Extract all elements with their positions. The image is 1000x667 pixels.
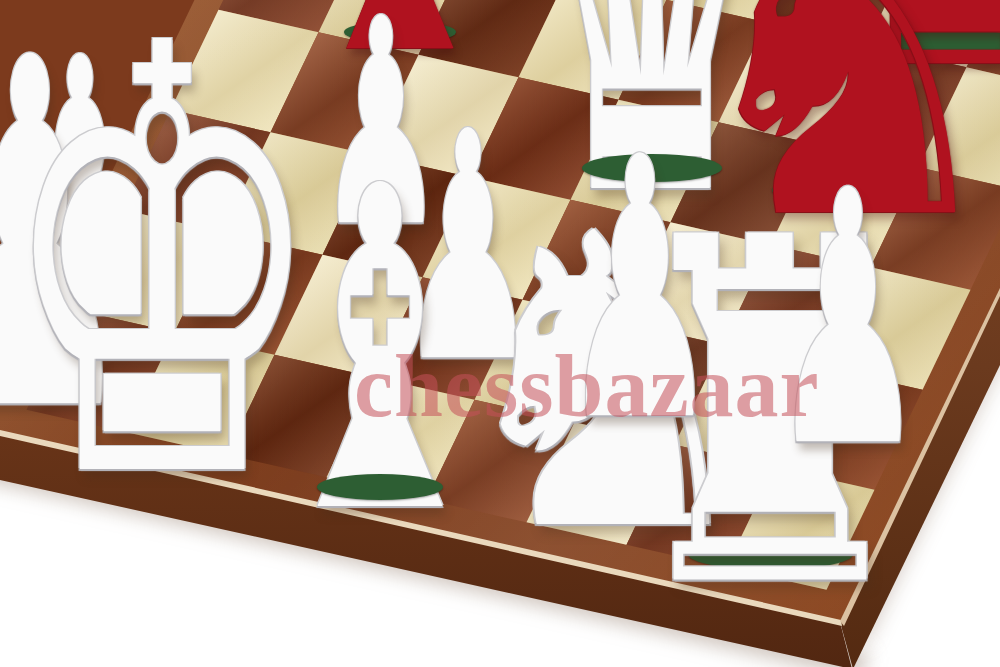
chess-set-photo: ♚♛♜♝♞♟♟♟♟♟♟♞♝♛ chessbazaar — [0, 0, 1000, 667]
felt-base-white-bishop — [317, 474, 443, 500]
piece-white-pawn-6: ♟ — [770, 145, 927, 495]
